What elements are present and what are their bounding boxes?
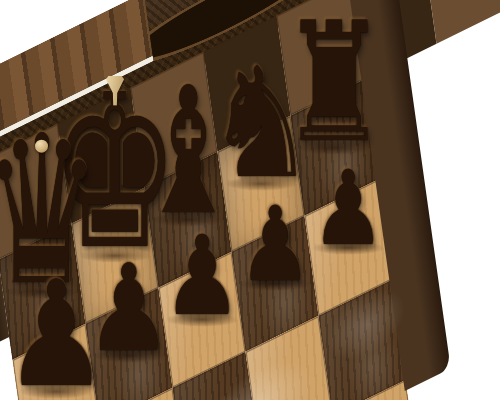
chess-board: ♛♚♝♞♜♟♟♟♟♟ <box>0 0 500 400</box>
queen-finial <box>35 140 48 153</box>
piece-black-pawn-a6[interactable]: ♟ <box>0 304 121 392</box>
pawn-glyph: ♟ <box>4 278 109 392</box>
chess-set-photo: ♛♚♝♞♜♟♟♟♟♟ <box>0 0 500 400</box>
